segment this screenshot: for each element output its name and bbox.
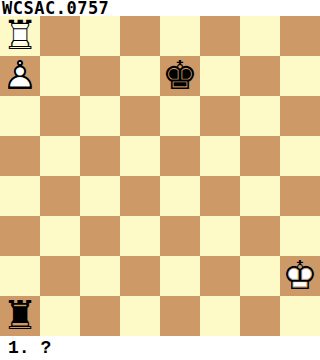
square-e6 [160, 96, 200, 136]
square-h5 [280, 136, 320, 176]
square-a5 [0, 136, 40, 176]
square-a7: ♟♙ [0, 56, 40, 96]
square-a3 [0, 216, 40, 256]
square-f7 [200, 56, 240, 96]
square-b1 [40, 296, 80, 336]
square-g4 [240, 176, 280, 216]
square-b2 [40, 256, 80, 296]
square-g8 [240, 16, 280, 56]
square-c4 [80, 176, 120, 216]
black-rook: ♜ [0, 296, 40, 336]
square-h4 [280, 176, 320, 216]
square-g7 [240, 56, 280, 96]
square-d1 [120, 296, 160, 336]
square-e7: ♚ [160, 56, 200, 96]
square-c3 [80, 216, 120, 256]
square-b6 [40, 96, 80, 136]
square-b7 [40, 56, 80, 96]
square-c8 [80, 16, 120, 56]
square-f5 [200, 136, 240, 176]
square-f1 [200, 296, 240, 336]
square-b8 [40, 16, 80, 56]
square-d4 [120, 176, 160, 216]
square-e8 [160, 16, 200, 56]
square-c2 [80, 256, 120, 296]
square-a2 [0, 256, 40, 296]
square-b4 [40, 176, 80, 216]
square-a8: ♜♖ [0, 16, 40, 56]
square-a6 [0, 96, 40, 136]
square-b3 [40, 216, 80, 256]
square-e5 [160, 136, 200, 176]
square-c1 [80, 296, 120, 336]
square-d6 [120, 96, 160, 136]
square-f2 [200, 256, 240, 296]
square-h6 [280, 96, 320, 136]
square-g1 [240, 296, 280, 336]
square-f3 [200, 216, 240, 256]
chess-board: ♜♖♟♙♚♚♔♜ [0, 16, 320, 336]
square-f6 [200, 96, 240, 136]
square-e1 [160, 296, 200, 336]
square-g2 [240, 256, 280, 296]
square-e4 [160, 176, 200, 216]
square-h1 [280, 296, 320, 336]
square-h2: ♚♔ [280, 256, 320, 296]
square-f8 [200, 16, 240, 56]
square-f4 [200, 176, 240, 216]
black-king: ♚ [160, 56, 200, 96]
square-d3 [120, 216, 160, 256]
square-d8 [120, 16, 160, 56]
square-a4 [0, 176, 40, 216]
white-king: ♚♔ [280, 256, 320, 296]
square-h7 [280, 56, 320, 96]
square-d5 [120, 136, 160, 176]
square-a1: ♜ [0, 296, 40, 336]
square-d7 [120, 56, 160, 96]
white-pawn: ♟♙ [0, 56, 40, 96]
square-g3 [240, 216, 280, 256]
square-c7 [80, 56, 120, 96]
square-d2 [120, 256, 160, 296]
square-h8 [280, 16, 320, 56]
move-prompt: 1. ? [8, 338, 51, 360]
square-b5 [40, 136, 80, 176]
square-c5 [80, 136, 120, 176]
square-h3 [280, 216, 320, 256]
square-c6 [80, 96, 120, 136]
square-g5 [240, 136, 280, 176]
square-e2 [160, 256, 200, 296]
square-e3 [160, 216, 200, 256]
square-g6 [240, 96, 280, 136]
white-rook: ♜♖ [0, 16, 40, 56]
